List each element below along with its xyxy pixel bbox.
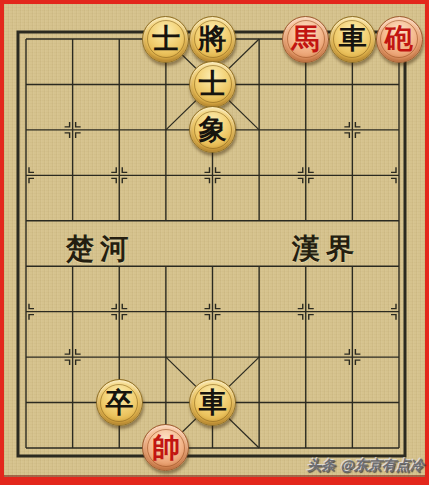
piece-black-general[interactable]: 將 [189,16,236,63]
xiangqi-board: 士將馬車砲士象卒車帥 [3,16,423,470]
piece-glyph: 帥 [152,434,180,462]
piece-red-cannon[interactable]: 砲 [376,16,423,63]
piece-glyph: 將 [199,25,227,53]
piece-glyph: 車 [199,389,227,417]
piece-black-advisor[interactable]: 士 [189,61,236,108]
piece-glyph: 士 [152,25,180,53]
piece-glyph: 馬 [292,25,320,53]
piece-red-horse[interactable]: 馬 [282,16,329,63]
piece-black-chariot[interactable]: 車 [329,16,376,63]
piece-black-chariot[interactable]: 車 [189,379,236,426]
piece-glyph: 車 [338,25,366,53]
piece-glyph: 士 [199,70,227,98]
piece-glyph: 卒 [105,389,133,417]
piece-glyph: 象 [199,116,227,144]
watermark: 头条 @东京有点冷 [307,457,424,475]
piece-black-elephant[interactable]: 象 [189,106,236,153]
piece-black-advisor[interactable]: 士 [142,16,189,63]
piece-red-general[interactable]: 帥 [142,424,189,471]
piece-glyph: 砲 [385,25,413,53]
xiangqi-screenshot: { "game": "xiangqi", "position": { "fen"… [0,0,429,485]
piece-black-soldier[interactable]: 卒 [96,379,143,426]
